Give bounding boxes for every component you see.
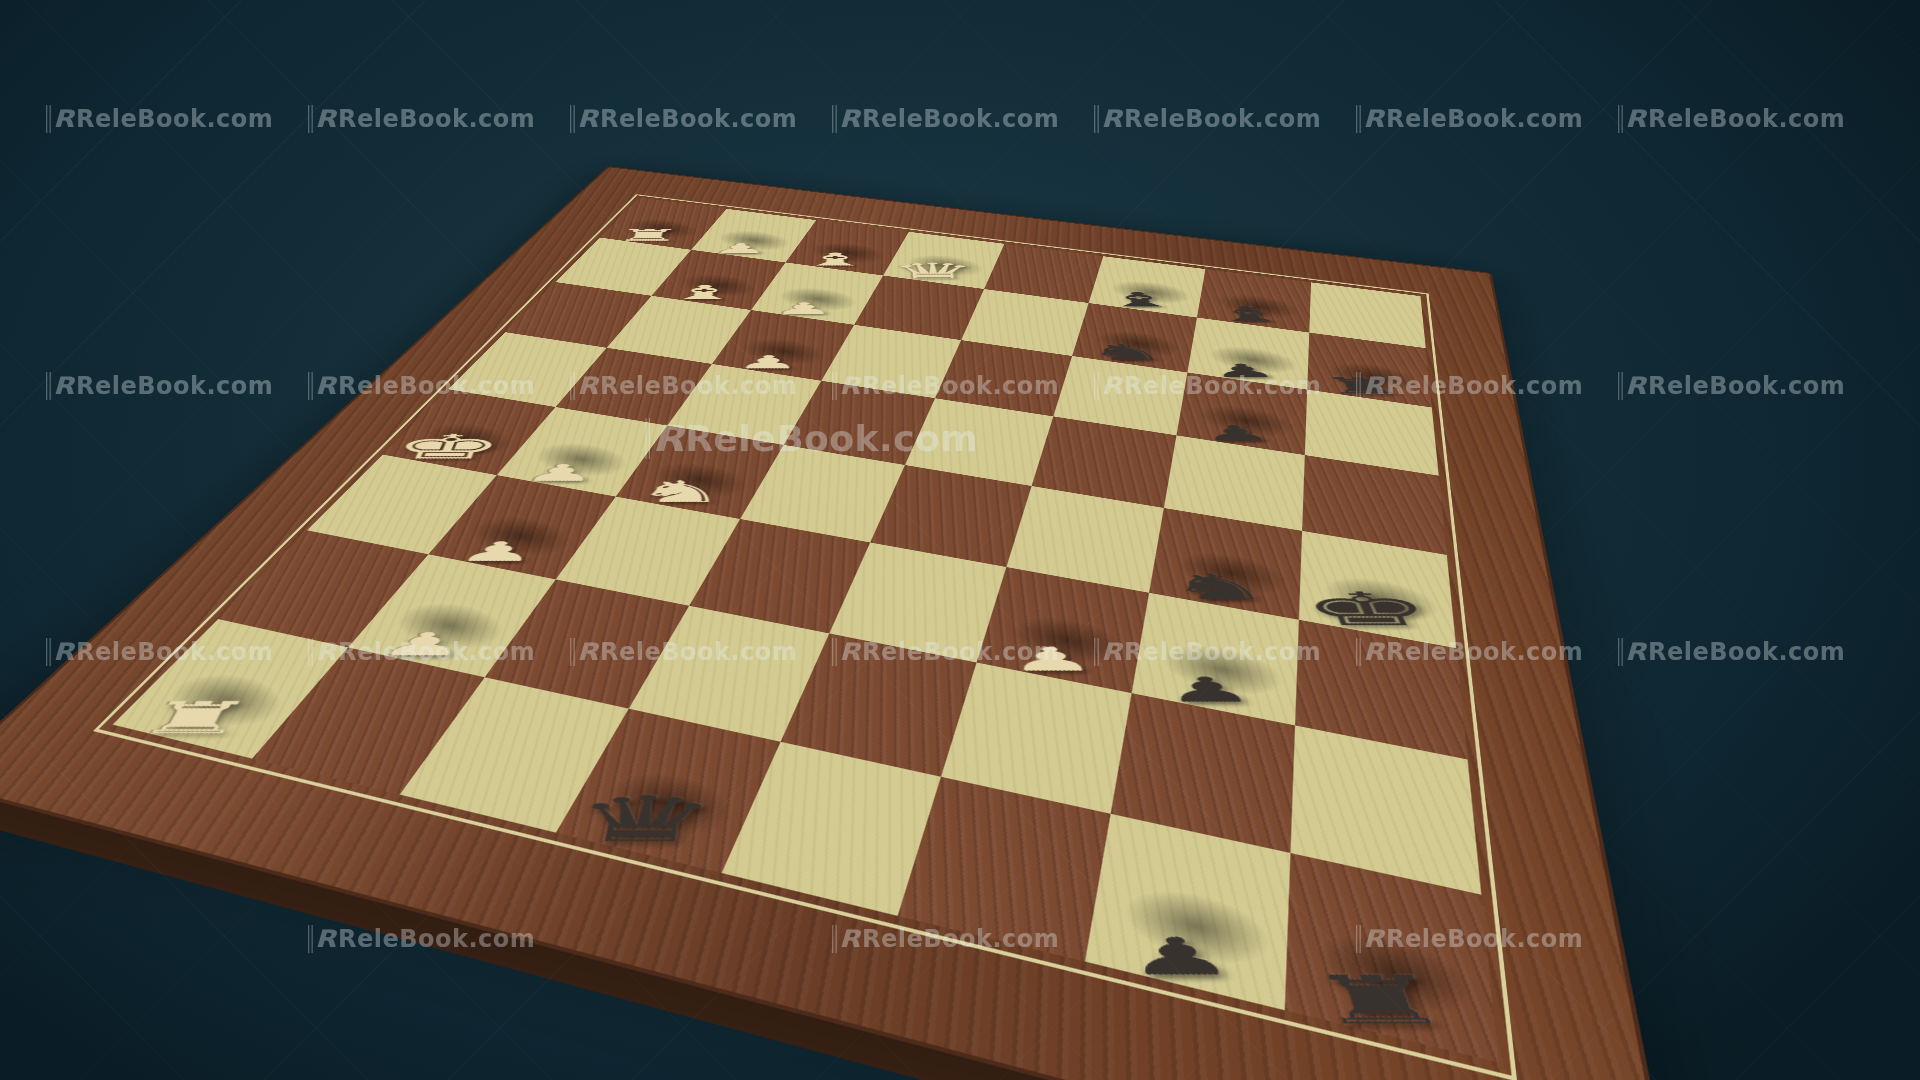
square-g3[interactable] — [485, 579, 689, 708]
black-pawn-h7-icon[interactable]: ♟ — [1121, 934, 1239, 980]
square-h5[interactable] — [722, 742, 941, 916]
square-h4[interactable]: ♛ — [556, 709, 781, 873]
square-f8[interactable] — [1295, 620, 1468, 760]
square-g7[interactable] — [1111, 693, 1295, 853]
square-d8[interactable] — [1302, 455, 1447, 555]
white-pawn-a2-icon[interactable]: ♟ — [711, 242, 769, 254]
black-knight-b6-icon[interactable]: ♞ — [1084, 343, 1169, 363]
square-f5[interactable] — [829, 542, 1006, 662]
white-rook-h1-icon[interactable]: ♜ — [129, 698, 262, 738]
black-bishop-a7-icon[interactable]: ♝ — [1206, 305, 1292, 323]
square-h8[interactable]: ♜ — [1285, 853, 1499, 1062]
white-bishop-a3-icon[interactable]: ♝ — [798, 251, 871, 267]
white-bishop-b2-icon[interactable]: ♝ — [664, 284, 743, 302]
square-f1[interactable] — [307, 455, 497, 555]
white-pawn-e2-icon[interactable]: ♟ — [521, 463, 600, 484]
white-pawn-c3-icon[interactable]: ♟ — [735, 354, 801, 370]
white-pawn-f6-icon[interactable]: ♟ — [1007, 645, 1098, 674]
white-king-e1-icon[interactable]: ♚ — [386, 432, 508, 462]
square-a6[interactable]: ♝ — [1089, 256, 1206, 317]
white-queen-a4-icon[interactable]: ♛ — [890, 261, 978, 280]
square-g4[interactable] — [629, 606, 830, 742]
square-f2[interactable]: ♟ — [428, 475, 615, 579]
black-pawn-c7-icon[interactable]: ♟ — [1198, 424, 1275, 443]
square-f3[interactable] — [556, 497, 740, 606]
black-rook-b8-icon[interactable]: ♜ — [1317, 376, 1409, 397]
square-h2[interactable] — [252, 647, 485, 794]
black-pawn-b7-icon[interactable]: ♟ — [1208, 363, 1280, 380]
square-h7[interactable]: ♟ — [1085, 814, 1291, 1010]
square-g5[interactable] — [781, 633, 977, 776]
square-f4[interactable] — [689, 519, 870, 633]
black-king-e8-icon[interactable]: ♚ — [1295, 589, 1442, 631]
square-e6[interactable] — [1006, 486, 1163, 593]
chess-board: ♜♟♝♛♝♝♝♟♞♟♜♟♟♚♟♞♞♚♟♟♟♟♜♛♟♜ — [0, 166, 1683, 1080]
white-pawn-g2-icon[interactable]: ♟ — [375, 630, 471, 659]
white-pawn-b3-icon[interactable]: ♟ — [773, 301, 834, 315]
square-g8[interactable] — [1290, 725, 1481, 894]
square-g6[interactable] — [941, 663, 1132, 814]
white-knight-e3-icon[interactable]: ♞ — [632, 478, 729, 505]
square-f6[interactable]: ♟ — [977, 567, 1150, 693]
black-pawn-f7-icon[interactable]: ♟ — [1160, 675, 1257, 706]
black-rook-h8-icon[interactable]: ♜ — [1302, 970, 1459, 1030]
square-g2[interactable]: ♟ — [348, 554, 556, 677]
square-h6[interactable] — [898, 777, 1111, 962]
square-h1[interactable]: ♜ — [113, 619, 348, 759]
square-e5[interactable] — [870, 465, 1031, 567]
black-queen-h4-icon[interactable]: ♛ — [565, 791, 722, 848]
square-g1[interactable] — [218, 530, 428, 647]
square-e7[interactable]: ♞ — [1149, 508, 1302, 620]
square-f7[interactable]: ♟ — [1132, 593, 1299, 726]
black-knight-e7-icon[interactable]: ♞ — [1163, 571, 1274, 603]
square-e8[interactable]: ♚ — [1299, 531, 1456, 648]
black-bishop-a6-icon[interactable]: ♝ — [1099, 291, 1181, 309]
board-grid: ♜♟♝♛♝♝♝♟♞♟♜♟♟♚♟♞♞♚♟♟♟♟♜♛♟♜ — [113, 198, 1499, 1062]
board-scene: ♜♟♝♛♝♝♝♟♞♟♜♟♟♚♟♞♞♚♟♟♟♟♜♛♟♜ — [0, 0, 1920, 1080]
white-rook-a1-icon[interactable]: ♜ — [613, 228, 684, 242]
render-background: ♜♟♝♛♝♝♝♟♞♟♜♟♟♚♟♞♞♚♟♟♟♟♜♛♟♜ RReleBook.com… — [0, 0, 1920, 1080]
square-a7[interactable]: ♝ — [1197, 269, 1311, 332]
square-h3[interactable] — [400, 677, 629, 832]
white-pawn-f2-icon[interactable]: ♟ — [454, 540, 541, 564]
